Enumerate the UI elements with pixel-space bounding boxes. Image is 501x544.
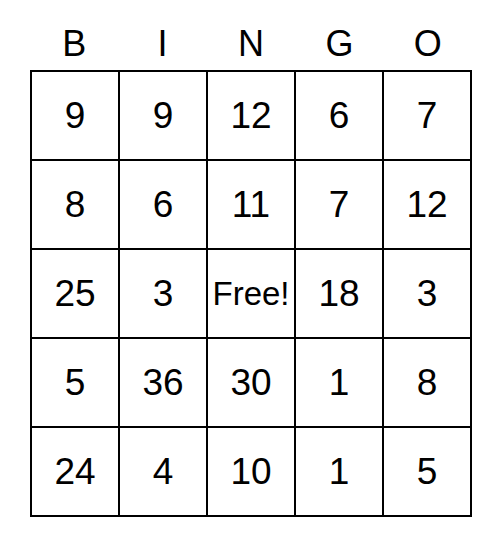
bingo-cell-r5c3[interactable]: 10 (207, 427, 295, 516)
bingo-cell-r2c4[interactable]: 7 (295, 160, 383, 249)
bingo-cell-r4c4[interactable]: 1 (295, 338, 383, 427)
bingo-cell-r5c4[interactable]: 1 (295, 427, 383, 516)
bingo-cell-r1c5[interactable]: 7 (383, 71, 471, 160)
header-letter-g: G (295, 18, 383, 70)
bingo-cell-r1c3[interactable]: 12 (207, 71, 295, 160)
bingo-cell-r4c2[interactable]: 36 (119, 338, 207, 427)
header-letter-o: O (384, 18, 472, 70)
bingo-cell-r4c5[interactable]: 8 (383, 338, 471, 427)
bingo-cell-r2c3[interactable]: 11 (207, 160, 295, 249)
bingo-cell-r3c4[interactable]: 18 (295, 249, 383, 338)
bingo-cell-r1c4[interactable]: 6 (295, 71, 383, 160)
bingo-cell-r4c3[interactable]: 30 (207, 338, 295, 427)
free-cell[interactable]: Free! (207, 249, 295, 338)
header-letter-b: B (30, 18, 118, 70)
bingo-cell-r3c2[interactable]: 3 (119, 249, 207, 338)
bingo-cell-r4c1[interactable]: 5 (31, 338, 119, 427)
bingo-grid: 9 9 12 6 7 8 6 11 7 12 25 3 Free! 18 3 5… (30, 70, 472, 517)
bingo-cell-r1c1[interactable]: 9 (31, 71, 119, 160)
bingo-cell-r3c5[interactable]: 3 (383, 249, 471, 338)
header-letter-n: N (207, 18, 295, 70)
bingo-cell-r1c2[interactable]: 9 (119, 71, 207, 160)
bingo-cell-r2c5[interactable]: 12 (383, 160, 471, 249)
bingo-cell-r5c5[interactable]: 5 (383, 427, 471, 516)
bingo-cell-r2c2[interactable]: 6 (119, 160, 207, 249)
bingo-card: B I N G O 9 9 12 6 7 8 6 11 7 12 25 3 Fr… (0, 0, 501, 544)
bingo-cell-r3c1[interactable]: 25 (31, 249, 119, 338)
bingo-cell-r5c1[interactable]: 24 (31, 427, 119, 516)
header-letter-i: I (118, 18, 206, 70)
bingo-header: B I N G O (30, 18, 472, 70)
bingo-cell-r5c2[interactable]: 4 (119, 427, 207, 516)
bingo-cell-r2c1[interactable]: 8 (31, 160, 119, 249)
